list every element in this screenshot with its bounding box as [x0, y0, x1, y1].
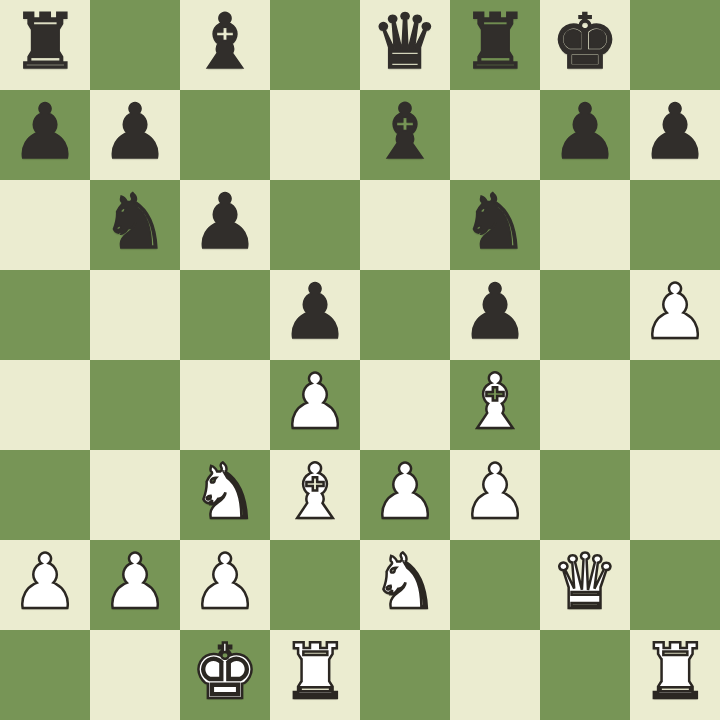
square-b3[interactable]: [90, 450, 180, 540]
square-a4[interactable]: [0, 360, 90, 450]
square-b5[interactable]: [90, 270, 180, 360]
square-f3[interactable]: ♟: [450, 450, 540, 540]
white-queen-icon[interactable]: ♛: [551, 537, 619, 627]
white-king-icon[interactable]: ♚: [191, 627, 259, 717]
square-g4[interactable]: [540, 360, 630, 450]
square-e3[interactable]: ♟: [360, 450, 450, 540]
square-h3[interactable]: [630, 450, 720, 540]
white-pawn-icon[interactable]: ♟: [191, 537, 259, 627]
square-b7[interactable]: ♟: [90, 90, 180, 180]
black-king-icon[interactable]: ♚: [551, 0, 619, 87]
black-knight-icon[interactable]: ♞: [461, 177, 529, 267]
white-pawn-icon[interactable]: ♟: [371, 447, 439, 537]
black-rook-icon[interactable]: ♜: [461, 0, 529, 87]
square-a1[interactable]: [0, 630, 90, 720]
black-pawn-icon[interactable]: ♟: [461, 267, 529, 357]
square-b1[interactable]: [90, 630, 180, 720]
square-c8[interactable]: ♝: [180, 0, 270, 90]
square-g1[interactable]: [540, 630, 630, 720]
square-h1[interactable]: ♜: [630, 630, 720, 720]
white-knight-icon[interactable]: ♞: [191, 447, 259, 537]
square-b6[interactable]: ♞: [90, 180, 180, 270]
square-b8[interactable]: [90, 0, 180, 90]
square-e6[interactable]: [360, 180, 450, 270]
square-f2[interactable]: [450, 540, 540, 630]
square-g7[interactable]: ♟: [540, 90, 630, 180]
square-g8[interactable]: ♚: [540, 0, 630, 90]
square-e4[interactable]: [360, 360, 450, 450]
square-h8[interactable]: [630, 0, 720, 90]
square-g3[interactable]: [540, 450, 630, 540]
square-a3[interactable]: [0, 450, 90, 540]
square-c1[interactable]: ♚: [180, 630, 270, 720]
square-a6[interactable]: [0, 180, 90, 270]
square-g5[interactable]: [540, 270, 630, 360]
white-bishop-icon[interactable]: ♝: [461, 357, 529, 447]
square-f8[interactable]: ♜: [450, 0, 540, 90]
square-f4[interactable]: ♝: [450, 360, 540, 450]
square-c3[interactable]: ♞: [180, 450, 270, 540]
square-d6[interactable]: [270, 180, 360, 270]
square-a2[interactable]: ♟: [0, 540, 90, 630]
white-pawn-icon[interactable]: ♟: [11, 537, 79, 627]
white-pawn-icon[interactable]: ♟: [461, 447, 529, 537]
square-d8[interactable]: [270, 0, 360, 90]
square-h2[interactable]: [630, 540, 720, 630]
square-d5[interactable]: ♟: [270, 270, 360, 360]
square-e8[interactable]: ♛: [360, 0, 450, 90]
square-f7[interactable]: [450, 90, 540, 180]
square-c5[interactable]: [180, 270, 270, 360]
square-c7[interactable]: [180, 90, 270, 180]
square-d1[interactable]: ♜: [270, 630, 360, 720]
black-pawn-icon[interactable]: ♟: [551, 87, 619, 177]
square-e5[interactable]: [360, 270, 450, 360]
white-pawn-icon[interactable]: ♟: [281, 357, 349, 447]
chess-board: ♜♝♛♜♚♟♟♝♟♟♞♟♞♟♟♟♟♝♞♝♟♟♟♟♟♞♛♚♜♜: [0, 0, 720, 720]
square-d4[interactable]: ♟: [270, 360, 360, 450]
square-f1[interactable]: [450, 630, 540, 720]
black-pawn-icon[interactable]: ♟: [191, 177, 259, 267]
square-d7[interactable]: [270, 90, 360, 180]
square-g2[interactable]: ♛: [540, 540, 630, 630]
white-pawn-icon[interactable]: ♟: [101, 537, 169, 627]
square-e7[interactable]: ♝: [360, 90, 450, 180]
square-b4[interactable]: [90, 360, 180, 450]
black-bishop-icon[interactable]: ♝: [371, 87, 439, 177]
black-knight-icon[interactable]: ♞: [101, 177, 169, 267]
black-rook-icon[interactable]: ♜: [11, 0, 79, 87]
square-e2[interactable]: ♞: [360, 540, 450, 630]
square-c6[interactable]: ♟: [180, 180, 270, 270]
square-a7[interactable]: ♟: [0, 90, 90, 180]
square-h5[interactable]: ♟: [630, 270, 720, 360]
square-c2[interactable]: ♟: [180, 540, 270, 630]
square-h6[interactable]: [630, 180, 720, 270]
square-g6[interactable]: [540, 180, 630, 270]
square-d3[interactable]: ♝: [270, 450, 360, 540]
square-a5[interactable]: [0, 270, 90, 360]
square-c4[interactable]: [180, 360, 270, 450]
square-b2[interactable]: ♟: [90, 540, 180, 630]
square-a8[interactable]: ♜: [0, 0, 90, 90]
square-e1[interactable]: [360, 630, 450, 720]
black-pawn-icon[interactable]: ♟: [281, 267, 349, 357]
square-h7[interactable]: ♟: [630, 90, 720, 180]
white-knight-icon[interactable]: ♞: [371, 537, 439, 627]
black-pawn-icon[interactable]: ♟: [11, 87, 79, 177]
black-pawn-icon[interactable]: ♟: [641, 87, 709, 177]
square-d2[interactable]: [270, 540, 360, 630]
square-f5[interactable]: ♟: [450, 270, 540, 360]
white-rook-icon[interactable]: ♜: [641, 627, 709, 717]
white-pawn-icon[interactable]: ♟: [641, 267, 709, 357]
black-bishop-icon[interactable]: ♝: [191, 0, 259, 87]
white-rook-icon[interactable]: ♜: [281, 627, 349, 717]
square-f6[interactable]: ♞: [450, 180, 540, 270]
white-bishop-icon[interactable]: ♝: [281, 447, 349, 537]
square-h4[interactable]: [630, 360, 720, 450]
black-pawn-icon[interactable]: ♟: [101, 87, 169, 177]
black-queen-icon[interactable]: ♛: [371, 0, 439, 87]
